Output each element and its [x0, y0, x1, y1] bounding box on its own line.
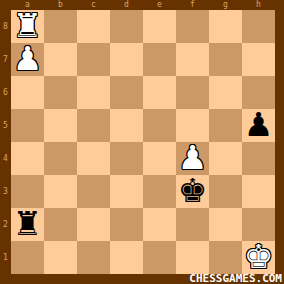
square-g6[interactable] — [209, 76, 242, 109]
square-f8[interactable] — [176, 10, 209, 43]
square-h3[interactable] — [242, 175, 275, 208]
square-e2[interactable] — [143, 208, 176, 241]
square-f2[interactable] — [176, 208, 209, 241]
square-a2[interactable]: ♜ — [11, 208, 44, 241]
square-b3[interactable] — [44, 175, 77, 208]
rank-label-3: 3 — [0, 175, 11, 208]
square-g3[interactable] — [209, 175, 242, 208]
file-label-c: c — [77, 0, 110, 10]
square-a7[interactable]: ♟ — [11, 43, 44, 76]
chessboard: ♜♟♟♟♚♜♚ — [11, 10, 275, 274]
square-a1[interactable] — [11, 241, 44, 274]
square-b5[interactable] — [44, 109, 77, 142]
file-label-e: e — [143, 0, 176, 10]
square-e1[interactable] — [143, 241, 176, 274]
square-c3[interactable] — [77, 175, 110, 208]
rank-label-8: 8 — [0, 10, 11, 43]
square-e7[interactable] — [143, 43, 176, 76]
square-e6[interactable] — [143, 76, 176, 109]
square-e3[interactable] — [143, 175, 176, 208]
square-a5[interactable] — [11, 109, 44, 142]
square-d1[interactable] — [110, 241, 143, 274]
black-rook: ♜ — [13, 207, 43, 240]
square-e8[interactable] — [143, 10, 176, 43]
square-g8[interactable] — [209, 10, 242, 43]
square-e4[interactable] — [143, 142, 176, 175]
square-f3[interactable]: ♚ — [176, 175, 209, 208]
square-d4[interactable] — [110, 142, 143, 175]
square-b4[interactable] — [44, 142, 77, 175]
square-h7[interactable] — [242, 43, 275, 76]
square-c7[interactable] — [77, 43, 110, 76]
square-d5[interactable] — [110, 109, 143, 142]
file-label-f: f — [176, 0, 209, 10]
white-pawn: ♟ — [178, 141, 208, 174]
square-g5[interactable] — [209, 109, 242, 142]
square-d8[interactable] — [110, 10, 143, 43]
rank-label-5: 5 — [0, 109, 11, 142]
black-king: ♚ — [178, 174, 208, 207]
rank-label-6: 6 — [0, 76, 11, 109]
square-g4[interactable] — [209, 142, 242, 175]
square-e5[interactable] — [143, 109, 176, 142]
square-c8[interactable] — [77, 10, 110, 43]
file-labels: abcdefgh — [11, 0, 275, 10]
square-c4[interactable] — [77, 142, 110, 175]
watermark: CHESSGAMES.COM — [189, 274, 282, 284]
file-label-b: b — [44, 0, 77, 10]
white-pawn: ♟ — [13, 42, 43, 75]
square-g7[interactable] — [209, 43, 242, 76]
square-c2[interactable] — [77, 208, 110, 241]
square-f7[interactable] — [176, 43, 209, 76]
rank-labels: 87654321 — [0, 10, 11, 274]
square-h4[interactable] — [242, 142, 275, 175]
square-f6[interactable] — [176, 76, 209, 109]
white-rook: ♜ — [13, 9, 43, 42]
rank-label-1: 1 — [0, 241, 11, 274]
file-label-d: d — [110, 0, 143, 10]
rank-label-2: 2 — [0, 208, 11, 241]
rank-label-4: 4 — [0, 142, 11, 175]
square-h1[interactable]: ♚ — [242, 241, 275, 274]
square-b6[interactable] — [44, 76, 77, 109]
square-f1[interactable] — [176, 241, 209, 274]
file-label-h: h — [242, 0, 275, 10]
square-d6[interactable] — [110, 76, 143, 109]
square-c1[interactable] — [77, 241, 110, 274]
square-c5[interactable] — [77, 109, 110, 142]
square-a4[interactable] — [11, 142, 44, 175]
square-b2[interactable] — [44, 208, 77, 241]
square-b8[interactable] — [44, 10, 77, 43]
square-h5[interactable]: ♟ — [242, 109, 275, 142]
square-c6[interactable] — [77, 76, 110, 109]
chessboard-frame: abcdefgh 87654321 ♜♟♟♟♚♜♚ CHESSGAMES.COM — [0, 0, 284, 284]
file-label-g: g — [209, 0, 242, 10]
square-a6[interactable] — [11, 76, 44, 109]
square-b1[interactable] — [44, 241, 77, 274]
square-b7[interactable] — [44, 43, 77, 76]
square-h8[interactable] — [242, 10, 275, 43]
square-d3[interactable] — [110, 175, 143, 208]
white-king: ♚ — [244, 240, 274, 273]
rank-label-7: 7 — [0, 43, 11, 76]
square-g1[interactable] — [209, 241, 242, 274]
square-d7[interactable] — [110, 43, 143, 76]
square-d2[interactable] — [110, 208, 143, 241]
square-g2[interactable] — [209, 208, 242, 241]
black-pawn: ♟ — [244, 108, 274, 141]
